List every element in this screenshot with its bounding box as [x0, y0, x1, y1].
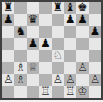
square-g4: [76, 50, 88, 62]
square-c7: ♛: [27, 14, 39, 26]
white-queen-c3: ♕: [28, 62, 38, 73]
black-queen-c7: ♛: [28, 14, 38, 25]
square-h5: [89, 38, 101, 50]
square-b2: ♗: [14, 74, 26, 86]
square-h1: [89, 86, 101, 98]
square-e4: ♘: [52, 50, 64, 62]
black-rook-e8: ♜: [53, 2, 63, 13]
square-c2: [27, 74, 39, 86]
square-b6: ♞: [14, 26, 26, 38]
chess-board: ♜♜♝♚♟♛♟♟♞♟♟♟♘♗♕♙♙♗♙♙♙♖♖♔: [2, 2, 101, 98]
square-a8: ♜: [2, 2, 14, 14]
square-a3: [2, 62, 14, 74]
square-f2: ♙: [64, 74, 76, 86]
square-e5: [52, 38, 64, 50]
square-a2: ♙: [2, 74, 14, 86]
square-h7: [89, 14, 101, 26]
square-d2: [39, 74, 51, 86]
square-a7: ♟: [2, 14, 14, 26]
black-pawn-h6: ♟: [90, 26, 100, 37]
square-g8: ♚: [76, 2, 88, 14]
square-a1: [2, 86, 14, 98]
square-g3: ♙: [76, 62, 88, 74]
square-d3: [39, 62, 51, 74]
square-f8: ♝: [64, 2, 76, 14]
square-f6: [64, 26, 76, 38]
square-h3: [89, 62, 101, 74]
square-h2: ♙: [89, 74, 101, 86]
black-pawn-a7: ♟: [3, 14, 13, 25]
square-f1: ♖: [64, 86, 76, 98]
square-e2: ♙: [52, 74, 64, 86]
black-knight-b6: ♞: [15, 26, 25, 37]
square-g2: [76, 74, 88, 86]
white-pawn-a2: ♙: [3, 74, 13, 85]
board-frame: ♜♜♝♚♟♛♟♟♞♟♟♟♘♗♕♙♙♗♙♙♙♖♖♔: [0, 0, 103, 100]
black-pawn-f7: ♟: [65, 14, 75, 25]
chess-diagram: ♜♜♝♚♟♛♟♟♞♟♟♟♘♗♕♙♙♗♙♙♙♖♖♔: [0, 0, 103, 102]
square-c4: [27, 50, 39, 62]
square-d4: [39, 50, 51, 62]
square-e7: [52, 14, 64, 26]
black-pawn-c5: ♟: [28, 38, 38, 49]
square-d5: ♟: [39, 38, 51, 50]
square-c6: [27, 26, 39, 38]
black-king-g8: ♚: [77, 2, 87, 13]
square-d7: [39, 14, 51, 26]
white-king-g1: ♔: [77, 86, 87, 97]
square-c5: ♟: [27, 38, 39, 50]
black-pawn-g7: ♟: [77, 14, 87, 25]
square-b4: [14, 50, 26, 62]
square-b3: ♗: [14, 62, 26, 74]
white-bishop-b3: ♗: [15, 62, 25, 73]
square-b1: [14, 86, 26, 98]
square-f5: [64, 38, 76, 50]
square-b8: [14, 2, 26, 14]
square-e1: [52, 86, 64, 98]
square-b5: [14, 38, 26, 50]
white-bishop-b2: ♗: [15, 74, 25, 85]
white-rook-f1: ♖: [65, 86, 75, 97]
square-g7: ♟: [76, 14, 88, 26]
square-g6: [76, 26, 88, 38]
square-b7: [14, 14, 26, 26]
white-pawn-f2: ♙: [65, 74, 75, 85]
square-f4: [64, 50, 76, 62]
white-knight-e4: ♘: [53, 50, 63, 61]
square-g1: ♔: [76, 86, 88, 98]
square-g5: [76, 38, 88, 50]
square-a6: [2, 26, 14, 38]
square-f7: ♟: [64, 14, 76, 26]
square-e6: [52, 26, 64, 38]
black-pawn-d5: ♟: [40, 38, 50, 49]
square-e8: ♜: [52, 2, 64, 14]
square-c1: [27, 86, 39, 98]
square-d6: [39, 26, 51, 38]
square-a4: [2, 50, 14, 62]
white-pawn-h2: ♙: [90, 74, 100, 85]
square-c3: ♕: [27, 62, 39, 74]
white-pawn-e2: ♙: [53, 74, 63, 85]
square-e3: [52, 62, 64, 74]
square-a5: [2, 38, 14, 50]
bottom-margin: [0, 100, 103, 102]
white-pawn-g3: ♙: [77, 62, 87, 73]
square-d1: ♖: [39, 86, 51, 98]
square-f3: [64, 62, 76, 74]
square-d8: [39, 2, 51, 14]
square-h8: [89, 2, 101, 14]
square-c8: [27, 2, 39, 14]
white-rook-d1: ♖: [40, 86, 50, 97]
black-bishop-f8: ♝: [65, 2, 75, 13]
black-rook-a8: ♜: [3, 2, 13, 13]
square-h4: [89, 50, 101, 62]
square-h6: ♟: [89, 26, 101, 38]
